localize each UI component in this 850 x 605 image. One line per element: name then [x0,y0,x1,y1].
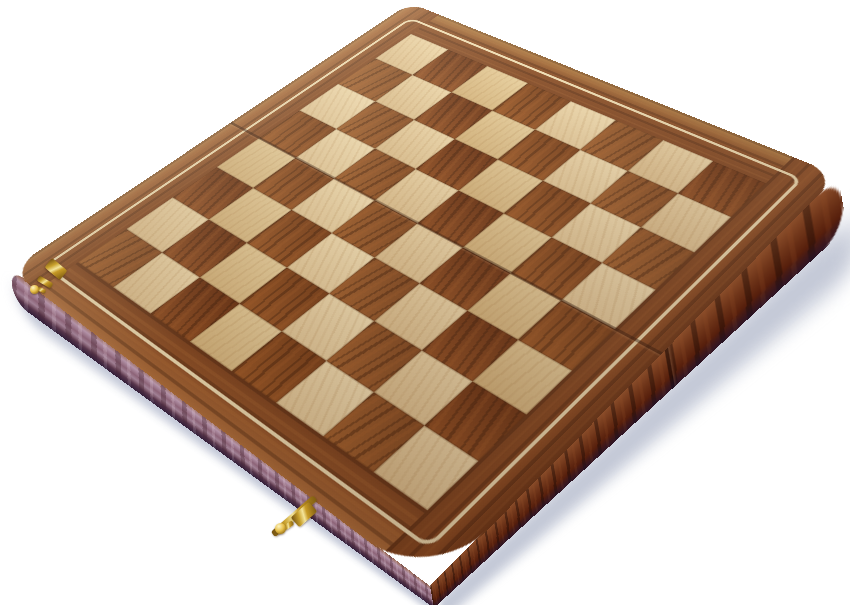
fold-seam-edge [665,346,675,389]
chess-board [10,3,838,588]
clasp-knob [275,523,286,534]
product-photo-scene [0,0,850,605]
clasp-knob [30,285,39,294]
